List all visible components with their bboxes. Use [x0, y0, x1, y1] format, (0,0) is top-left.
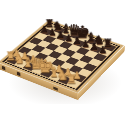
hinge-icon	[17, 72, 21, 77]
product-photo-scene: ♜♞♝♛♚♝♞♜♟♟♟♟♟♟♟♟♟♟♟♟♟♟♟♟♜♞♝♛♚♝♞♜	[0, 0, 128, 128]
clasp-icon	[53, 86, 57, 91]
hinge-icon	[2, 66, 5, 71]
